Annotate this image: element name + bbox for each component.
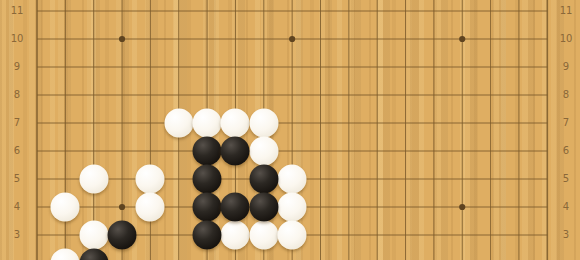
black-stone[interactable] (221, 137, 250, 166)
white-stone[interactable] (193, 109, 222, 138)
star-point (459, 204, 465, 210)
black-stone[interactable] (221, 193, 250, 222)
row-label: 11 (11, 6, 24, 16)
white-stone[interactable] (249, 137, 278, 166)
star-point (289, 36, 295, 42)
go-board[interactable]: 11109876543 11109876543 (0, 0, 580, 260)
white-stone[interactable] (249, 109, 278, 138)
star-point (459, 36, 465, 42)
go-app-screenshot: 11109876543 11109876543 (0, 0, 580, 260)
row-label: 6 (14, 146, 20, 156)
star-point (119, 204, 125, 210)
row-label: 10 (560, 34, 573, 44)
star-point (119, 36, 125, 42)
row-label: 4 (563, 202, 569, 212)
row-label: 3 (563, 230, 569, 240)
white-stone[interactable] (221, 221, 250, 250)
white-stone[interactable] (278, 193, 307, 222)
black-stone[interactable] (193, 193, 222, 222)
white-stone[interactable] (164, 109, 193, 138)
white-stone[interactable] (79, 165, 108, 194)
row-label: 6 (563, 146, 569, 156)
row-label: 5 (14, 174, 20, 184)
row-label: 5 (563, 174, 569, 184)
white-stone[interactable] (278, 165, 307, 194)
white-stone[interactable] (278, 221, 307, 250)
white-stone[interactable] (136, 193, 165, 222)
black-stone[interactable] (249, 193, 278, 222)
black-stone[interactable] (193, 221, 222, 250)
white-stone[interactable] (79, 221, 108, 250)
row-label: 7 (14, 118, 20, 128)
row-label: 8 (563, 90, 569, 100)
row-label: 11 (560, 6, 573, 16)
black-stone[interactable] (193, 137, 222, 166)
row-label: 8 (14, 90, 20, 100)
row-label: 9 (14, 62, 20, 72)
row-label: 4 (14, 202, 20, 212)
row-label: 3 (14, 230, 20, 240)
black-stone[interactable] (193, 165, 222, 194)
black-stone[interactable] (249, 165, 278, 194)
white-stone[interactable] (136, 165, 165, 194)
row-label: 9 (563, 62, 569, 72)
black-stone[interactable] (108, 221, 137, 250)
white-stone[interactable] (221, 109, 250, 138)
white-stone[interactable] (51, 193, 80, 222)
white-stone[interactable] (249, 221, 278, 250)
row-label: 7 (563, 118, 569, 128)
row-label: 10 (11, 34, 24, 44)
